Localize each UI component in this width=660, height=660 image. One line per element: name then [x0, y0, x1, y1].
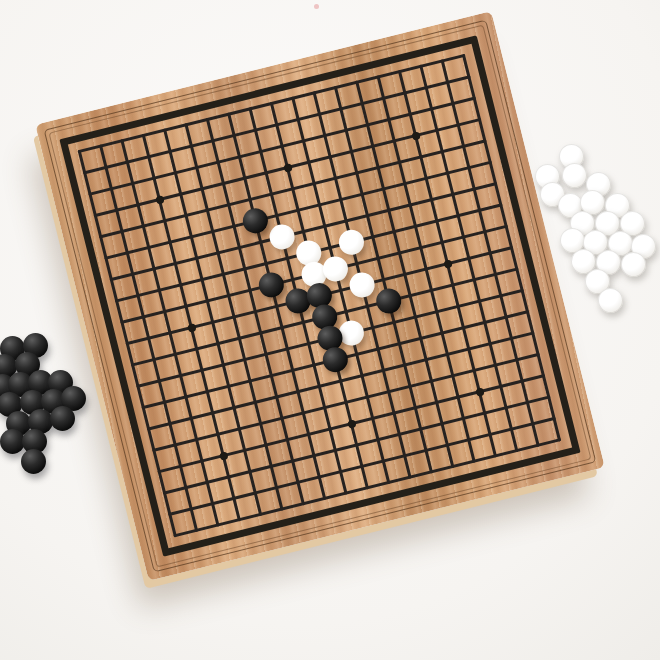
board-stone-black-8-9	[256, 270, 286, 300]
tray-stone-black-16	[0, 429, 25, 454]
go-board	[35, 11, 605, 581]
board-stone-black-8-6	[240, 206, 270, 236]
star-point	[155, 195, 165, 205]
star-point	[475, 387, 485, 397]
star-point	[186, 323, 196, 333]
tray-stone-white-20	[598, 288, 623, 313]
board-stone-white-12-8	[336, 227, 366, 257]
star-point	[346, 419, 356, 429]
star-point	[218, 451, 228, 461]
tray-stone-white-18	[621, 252, 646, 277]
board-stone-white-9-7	[267, 222, 297, 252]
scene	[0, 0, 660, 660]
star-point	[283, 163, 293, 173]
board-stone-black-13-11	[374, 286, 404, 316]
photo-artifact-mark	[314, 4, 319, 9]
go-grid	[78, 54, 562, 538]
star-point	[411, 131, 421, 141]
tray-stone-white-3	[562, 163, 587, 188]
tray-stone-black-15	[50, 406, 75, 431]
tray-stone-black-18	[21, 449, 46, 474]
board-stone-white-12-10	[347, 270, 377, 300]
star-point	[443, 259, 453, 269]
